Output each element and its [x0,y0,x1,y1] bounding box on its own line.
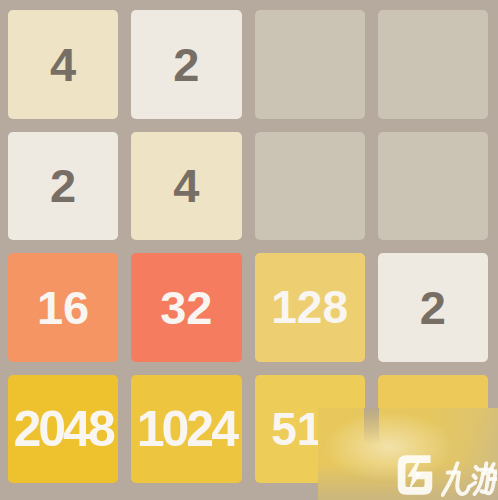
tile-value: 2 [420,280,446,335]
jiuyou-watermark [396,452,497,498]
tile-128: 128 [255,253,365,362]
tile-4: 4 [131,132,241,241]
tile-value: 128 [271,280,348,334]
tile-value: 2048 [14,400,113,458]
tile-value: 16 [37,280,89,335]
tile-value: 2 [50,158,76,213]
tile-value: 2 [173,37,199,92]
empty-cell [255,10,365,119]
empty-cell [378,132,488,241]
tile-value: 4 [50,37,76,92]
tile-16: 16 [8,253,118,362]
tile-2: 2 [131,10,241,119]
tile-value: 32 [160,280,212,335]
tile-2: 2 [8,132,118,241]
empty-cell [255,132,365,241]
2048-board[interactable]: 42241632128220481024512 [0,0,498,500]
jiuyou-brand-characters [441,460,497,498]
tile-4: 4 [8,10,118,119]
tile-2: 2 [378,253,488,362]
tile-32: 32 [131,253,241,362]
tile-value: 1024 [137,400,236,458]
tile-2048: 2048 [8,375,118,484]
watermark-blur-region [318,408,498,500]
tile-1024: 1024 [131,375,241,484]
empty-cell [378,10,488,119]
tile-value: 4 [173,158,199,213]
jiuyou-g-icon [396,452,434,498]
